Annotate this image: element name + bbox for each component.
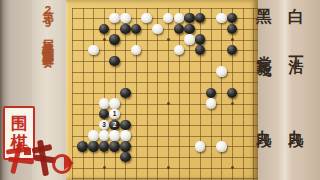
black-stone [120, 24, 130, 34]
black-stone [206, 88, 216, 98]
black-stone [120, 141, 130, 151]
white-stone [174, 45, 184, 55]
star-point [167, 166, 170, 169]
black-player-column: 黑 党毅飞 九段 [256, 8, 272, 124]
star-point [167, 102, 170, 105]
grid-line [72, 72, 258, 73]
black-stone [88, 141, 98, 151]
white-stone [120, 130, 130, 140]
black-player-rank: 九段 [256, 118, 272, 124]
brush-arrow [64, 156, 74, 170]
white-stone [163, 13, 173, 23]
white-stone [99, 98, 109, 108]
black-stone [120, 88, 130, 98]
black-stone [120, 120, 130, 130]
star-point [231, 102, 234, 105]
white-player-column: 白 丁浩 九段 [288, 8, 304, 124]
black-stone [227, 88, 237, 98]
star-point [231, 38, 234, 41]
black-color-label: 黑 [256, 8, 272, 26]
black-stone [77, 141, 87, 151]
black-stone [195, 34, 205, 44]
star-point [103, 38, 106, 41]
black-stone [99, 109, 109, 119]
grid-line [72, 157, 258, 158]
white-stone [120, 13, 130, 23]
black-stone [184, 24, 194, 34]
white-stone [174, 13, 184, 23]
white-stone [131, 45, 141, 55]
red-brush-graffiti [0, 142, 78, 180]
black-stone [227, 24, 237, 34]
video-thumbnail: 第29届三星杯世界大师赛决赛 132 黑 党毅飞 九段 白 丁浩 九段 围 棋 [0, 0, 320, 180]
black-stone [99, 24, 109, 34]
white-stone [88, 45, 98, 55]
move-number-label: 2 [113, 122, 117, 129]
white-stone [206, 98, 216, 108]
white-stone [152, 24, 162, 34]
grid-line [72, 8, 258, 9]
white-player-name: 丁浩 [288, 44, 304, 110]
black-stone [184, 13, 194, 23]
black-stone [109, 34, 119, 44]
black-stone [109, 56, 119, 66]
black-stone [195, 13, 205, 23]
white-stone [109, 130, 119, 140]
grid-line [72, 82, 258, 83]
white-stone [99, 130, 109, 140]
black-stone [109, 141, 119, 151]
grid-line [72, 61, 258, 62]
white-player-rank: 九段 [288, 118, 304, 124]
white-stone [109, 98, 119, 108]
logo-char-top: 围 [11, 114, 28, 133]
black-stone [120, 152, 130, 162]
white-stone [141, 13, 151, 23]
white-stone-move-3: 3 [99, 120, 109, 130]
black-stone [227, 45, 237, 55]
move-number-label: 1 [113, 111, 117, 118]
white-stone [184, 34, 194, 44]
black-player-name: 党毅飞 [256, 44, 272, 110]
star-point [167, 38, 170, 41]
black-stone [99, 141, 109, 151]
black-stone [227, 13, 237, 23]
white-stone [216, 141, 226, 151]
white-color-label: 白 [288, 8, 304, 26]
white-stone-move-1: 1 [109, 109, 119, 119]
grid-line [72, 178, 258, 179]
white-stone [195, 141, 205, 151]
white-stone [109, 13, 119, 23]
white-stone [88, 130, 98, 140]
black-stone [195, 45, 205, 55]
black-stone-move-2: 2 [109, 120, 119, 130]
move-number-label: 3 [102, 122, 106, 129]
white-stone [216, 13, 226, 23]
star-point [231, 166, 234, 169]
go-board[interactable]: 132 [66, 0, 258, 180]
star-point [103, 166, 106, 169]
black-stone [174, 24, 184, 34]
black-stone [131, 24, 141, 34]
white-stone [216, 66, 226, 76]
